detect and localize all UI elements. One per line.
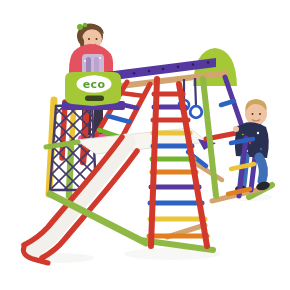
boy-eye-right — [259, 113, 261, 115]
ring-right — [190, 106, 202, 118]
girl-eye-left — [88, 38, 90, 40]
eco-panel: eco — [62, 72, 125, 110]
boy-ladder-rung-yellow — [231, 164, 254, 169]
girl-eye-right — [96, 38, 98, 40]
girl-print-figure2 — [94, 57, 99, 73]
boy-arm — [238, 129, 251, 133]
boy-leg-right — [259, 157, 263, 181]
eco-handle-slot — [85, 96, 104, 102]
girl-bow-icon — [77, 24, 83, 30]
eco-label: eco — [83, 78, 106, 91]
ring-strap-right — [195, 78, 196, 106]
play-structure-illustration: eco — [0, 0, 290, 290]
girl-bow-icon2 — [83, 23, 88, 28]
boy-eye-left — [252, 113, 254, 115]
product-photo: eco — [0, 0, 290, 290]
boy-hand — [233, 126, 239, 132]
girl-print-figure1 — [86, 57, 91, 73]
